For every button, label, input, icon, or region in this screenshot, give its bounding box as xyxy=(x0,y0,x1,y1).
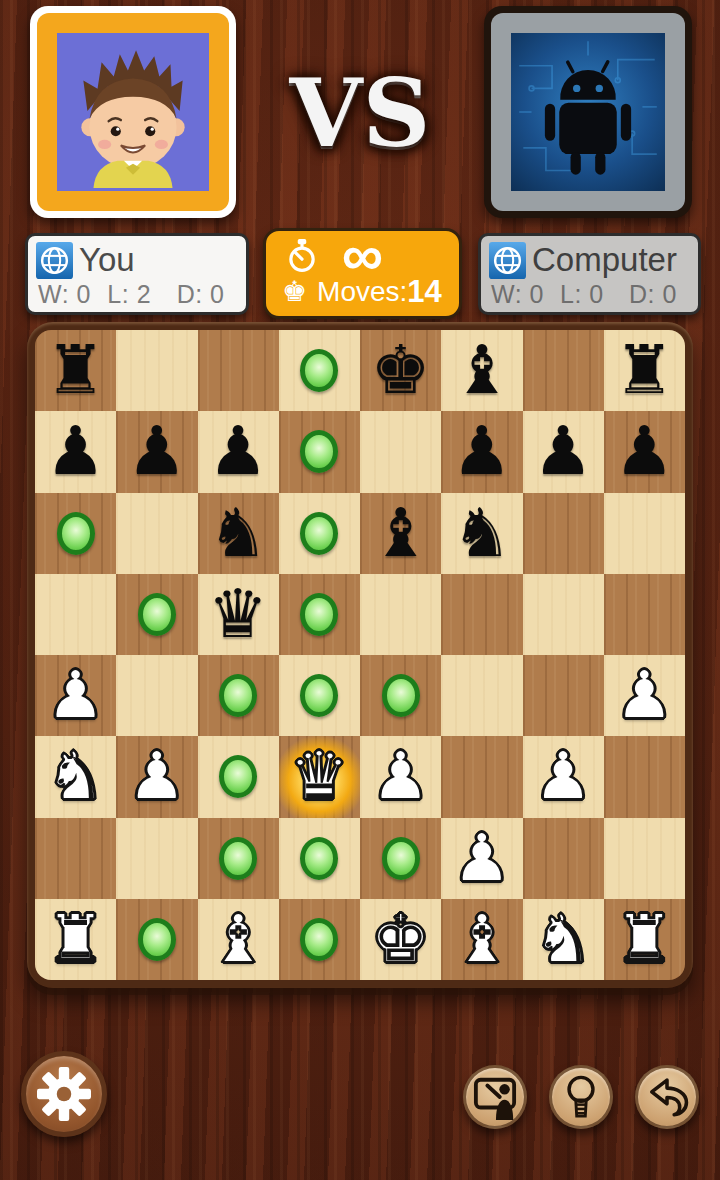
tutor-button[interactable] xyxy=(463,1065,527,1129)
move-dot[interactable] xyxy=(300,349,338,392)
piece-white-bishop[interactable]: ♝ xyxy=(452,899,512,980)
computer-name: Computer xyxy=(532,241,677,279)
piece-black-rook[interactable]: ♜ xyxy=(46,330,106,411)
square-f5[interactable] xyxy=(441,574,522,655)
square-b7[interactable]: ♟ xyxy=(116,411,197,492)
king-crown-icon: ♚ xyxy=(282,277,307,307)
piece-black-knight[interactable]: ♞ xyxy=(452,493,512,574)
square-g7[interactable]: ♟ xyxy=(523,411,604,492)
square-b4[interactable] xyxy=(116,655,197,736)
square-c3[interactable] xyxy=(198,736,279,817)
piece-black-knight[interactable]: ♞ xyxy=(208,493,268,574)
piece-black-pawn[interactable]: ♟ xyxy=(614,411,674,492)
square-g4[interactable] xyxy=(523,655,604,736)
square-a1[interactable]: ♜ xyxy=(35,899,116,980)
square-d2[interactable] xyxy=(279,818,360,899)
piece-black-rook[interactable]: ♜ xyxy=(614,330,674,411)
move-dot[interactable] xyxy=(300,674,338,717)
piece-white-rook[interactable]: ♜ xyxy=(614,899,674,980)
square-e2[interactable] xyxy=(360,818,441,899)
square-f4[interactable] xyxy=(441,655,522,736)
square-a2[interactable] xyxy=(35,818,116,899)
piece-white-pawn[interactable]: ♟ xyxy=(46,655,106,736)
player-name: You xyxy=(79,241,135,279)
square-c1[interactable]: ♝ xyxy=(198,899,279,980)
square-f3[interactable] xyxy=(441,736,522,817)
square-h8[interactable]: ♜ xyxy=(604,330,685,411)
move-dot[interactable] xyxy=(219,755,257,798)
tutor-presentation-icon xyxy=(473,1074,517,1120)
square-e1[interactable]: ♚ xyxy=(360,899,441,980)
undo-button[interactable] xyxy=(635,1065,699,1129)
square-b3[interactable]: ♟ xyxy=(116,736,197,817)
piece-black-pawn[interactable]: ♟ xyxy=(46,411,106,492)
square-b1[interactable] xyxy=(116,899,197,980)
moves-panel: ∞ ♚ Moves: 14 xyxy=(263,228,462,319)
square-d5[interactable] xyxy=(279,574,360,655)
square-c2[interactable] xyxy=(198,818,279,899)
undo-arrow-icon xyxy=(644,1075,690,1119)
move-dot[interactable] xyxy=(219,837,257,880)
move-dot[interactable] xyxy=(138,918,176,961)
moves-count: 14 xyxy=(407,274,441,310)
square-e7[interactable] xyxy=(360,411,441,492)
piece-black-pawn[interactable]: ♟ xyxy=(533,411,593,492)
square-e5[interactable] xyxy=(360,574,441,655)
square-d1[interactable] xyxy=(279,899,360,980)
square-h4[interactable]: ♟ xyxy=(604,655,685,736)
gear-icon xyxy=(37,1067,91,1121)
globe-icon xyxy=(489,242,526,279)
piece-white-pawn[interactable]: ♟ xyxy=(452,818,512,899)
piece-white-queen[interactable]: ♛ xyxy=(289,736,349,817)
square-e6[interactable]: ♝ xyxy=(360,493,441,574)
computer-avatar[interactable] xyxy=(484,6,692,218)
piece-white-knight[interactable]: ♞ xyxy=(533,899,593,980)
piece-white-pawn[interactable]: ♟ xyxy=(533,736,593,817)
square-f8[interactable]: ♝ xyxy=(441,330,522,411)
piece-white-king[interactable]: ♚ xyxy=(371,899,431,980)
square-d4[interactable] xyxy=(279,655,360,736)
square-g8[interactable] xyxy=(523,330,604,411)
square-h1[interactable]: ♜ xyxy=(604,899,685,980)
square-f2[interactable]: ♟ xyxy=(441,818,522,899)
moves-label: Moves: xyxy=(317,276,407,308)
computer-record: W: 0 L: 0 D: 0 xyxy=(481,279,698,309)
square-f7[interactable]: ♟ xyxy=(441,411,522,492)
move-dot[interactable] xyxy=(219,674,257,717)
square-g1[interactable]: ♞ xyxy=(523,899,604,980)
globe-icon xyxy=(36,242,73,279)
move-dot[interactable] xyxy=(300,918,338,961)
computer-score-panel: Computer W: 0 L: 0 D: 0 xyxy=(478,233,701,315)
piece-white-pawn[interactable]: ♟ xyxy=(127,736,187,817)
square-d8[interactable] xyxy=(279,330,360,411)
square-a4[interactable]: ♟ xyxy=(35,655,116,736)
piece-white-knight[interactable]: ♞ xyxy=(46,736,106,817)
square-a7[interactable]: ♟ xyxy=(35,411,116,492)
square-e3[interactable]: ♟ xyxy=(360,736,441,817)
square-c7[interactable]: ♟ xyxy=(198,411,279,492)
square-a5[interactable] xyxy=(35,574,116,655)
square-c5[interactable]: ♛ xyxy=(198,574,279,655)
square-g2[interactable] xyxy=(523,818,604,899)
square-b2[interactable] xyxy=(116,818,197,899)
piece-black-king[interactable]: ♚ xyxy=(371,330,431,411)
square-g6[interactable] xyxy=(523,493,604,574)
move-dot[interactable] xyxy=(300,837,338,880)
hint-button[interactable] xyxy=(549,1065,613,1129)
piece-black-bishop[interactable]: ♝ xyxy=(371,493,431,574)
piece-white-pawn[interactable]: ♟ xyxy=(371,736,431,817)
square-c8[interactable] xyxy=(198,330,279,411)
player-record: W: 0 L: 2 D: 0 xyxy=(28,279,246,309)
square-h2[interactable] xyxy=(604,818,685,899)
square-h5[interactable] xyxy=(604,574,685,655)
square-f6[interactable]: ♞ xyxy=(441,493,522,574)
square-d7[interactable] xyxy=(279,411,360,492)
android-avatar-image xyxy=(511,33,665,191)
board-frame: ♜♚♝♜♟♟♟♟♟♟♞♝♞♛♟♟♞♟♛♟♟♟♜♝♚♝♞♜ xyxy=(27,322,693,988)
move-dot[interactable] xyxy=(300,430,338,473)
square-b8[interactable] xyxy=(116,330,197,411)
square-h3[interactable] xyxy=(604,736,685,817)
move-dot[interactable] xyxy=(300,512,338,555)
square-h7[interactable]: ♟ xyxy=(604,411,685,492)
piece-black-pawn[interactable]: ♟ xyxy=(127,411,187,492)
square-b5[interactable] xyxy=(116,574,197,655)
player-score-panel: You W: 0 L: 2 D: 0 xyxy=(25,233,249,315)
move-dot[interactable] xyxy=(57,512,95,555)
bottom-toolbar xyxy=(463,1065,699,1129)
square-b6[interactable] xyxy=(116,493,197,574)
square-g3[interactable]: ♟ xyxy=(523,736,604,817)
square-d6[interactable] xyxy=(279,493,360,574)
square-g5[interactable] xyxy=(523,574,604,655)
square-c4[interactable] xyxy=(198,655,279,736)
move-dot[interactable] xyxy=(300,593,338,636)
piece-black-pawn[interactable]: ♟ xyxy=(452,411,512,492)
square-d3[interactable]: ♛ xyxy=(279,736,360,817)
piece-white-bishop[interactable]: ♝ xyxy=(208,899,268,980)
lightbulb-icon xyxy=(559,1074,603,1120)
square-h6[interactable] xyxy=(604,493,685,574)
piece-black-bishop[interactable]: ♝ xyxy=(452,330,512,411)
square-f1[interactable]: ♝ xyxy=(441,899,522,980)
move-dot[interactable] xyxy=(382,837,420,880)
move-dot[interactable] xyxy=(138,593,176,636)
chess-board[interactable]: ♜♚♝♜♟♟♟♟♟♟♞♝♞♛♟♟♞♟♛♟♟♟♜♝♚♝♞♜ xyxy=(35,330,685,980)
square-a6[interactable] xyxy=(35,493,116,574)
piece-white-pawn[interactable]: ♟ xyxy=(614,655,674,736)
game-screen: VS xyxy=(0,0,720,1180)
move-dot[interactable] xyxy=(382,674,420,717)
square-e8[interactable]: ♚ xyxy=(360,330,441,411)
square-c6[interactable]: ♞ xyxy=(198,493,279,574)
piece-black-pawn[interactable]: ♟ xyxy=(208,411,268,492)
piece-black-queen[interactable]: ♛ xyxy=(208,574,268,655)
square-a8[interactable]: ♜ xyxy=(35,330,116,411)
square-e4[interactable] xyxy=(360,655,441,736)
square-a3[interactable]: ♞ xyxy=(35,736,116,817)
piece-white-rook[interactable]: ♜ xyxy=(46,899,106,980)
settings-button[interactable] xyxy=(21,1051,107,1137)
